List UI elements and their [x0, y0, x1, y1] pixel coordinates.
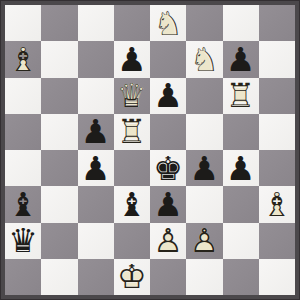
chess-board-frame: ♞♘♝♗♟♞♘♟♛♕♟♜♖♟♜♖♟♚♟♟♝♝♟♝♗♛♟♙♟♙♚♔: [0, 0, 300, 300]
piece-glyph-outline: ♖: [114, 114, 150, 150]
square-h3[interactable]: ♝♗: [259, 186, 295, 222]
square-a6[interactable]: [5, 78, 41, 114]
black-pawn[interactable]: ♟: [223, 150, 259, 186]
piece-glyph-outline: ♙: [186, 223, 222, 259]
black-king[interactable]: ♚: [150, 150, 186, 186]
black-pawn[interactable]: ♟: [78, 150, 114, 186]
white-knight[interactable]: ♞♘: [186, 41, 222, 77]
square-b6[interactable]: [41, 78, 77, 114]
square-e5[interactable]: [150, 114, 186, 150]
square-d6[interactable]: ♛♕: [114, 78, 150, 114]
piece-glyph-fill: ♟: [78, 150, 114, 186]
black-queen[interactable]: ♛: [5, 223, 41, 259]
square-e2[interactable]: ♟♙: [150, 223, 186, 259]
piece-glyph-fill: ♟: [223, 150, 259, 186]
black-pawn[interactable]: ♟: [186, 150, 222, 186]
square-c4[interactable]: ♟: [78, 150, 114, 186]
square-c1[interactable]: [78, 259, 114, 295]
square-c3[interactable]: [78, 186, 114, 222]
piece-glyph-outline: ♘: [186, 41, 222, 77]
square-f6[interactable]: [186, 78, 222, 114]
square-g1[interactable]: [223, 259, 259, 295]
square-g6[interactable]: ♜♖: [223, 78, 259, 114]
piece-glyph-fill: ♟: [186, 150, 222, 186]
square-c2[interactable]: [78, 223, 114, 259]
square-f5[interactable]: [186, 114, 222, 150]
square-c6[interactable]: [78, 78, 114, 114]
piece-glyph-fill: ♟: [150, 186, 186, 222]
square-e7[interactable]: [150, 41, 186, 77]
piece-glyph-outline: ♕: [114, 78, 150, 114]
square-a1[interactable]: [5, 259, 41, 295]
square-e8[interactable]: ♞♘: [150, 5, 186, 41]
piece-glyph-outline: ♖: [223, 78, 259, 114]
square-g5[interactable]: [223, 114, 259, 150]
square-g3[interactable]: [223, 186, 259, 222]
piece-glyph-fill: ♟: [150, 78, 186, 114]
square-d7[interactable]: ♟: [114, 41, 150, 77]
square-g2[interactable]: [223, 223, 259, 259]
square-h5[interactable]: [259, 114, 295, 150]
square-b3[interactable]: [41, 186, 77, 222]
black-bishop[interactable]: ♝: [5, 186, 41, 222]
black-pawn[interactable]: ♟: [114, 41, 150, 77]
white-rook[interactable]: ♜♖: [223, 78, 259, 114]
square-f8[interactable]: [186, 5, 222, 41]
white-pawn[interactable]: ♟♙: [186, 223, 222, 259]
piece-glyph-fill: ♚: [150, 150, 186, 186]
square-g7[interactable]: ♟: [223, 41, 259, 77]
square-a3[interactable]: ♝: [5, 186, 41, 222]
square-b2[interactable]: [41, 223, 77, 259]
square-e6[interactable]: ♟: [150, 78, 186, 114]
square-h6[interactable]: [259, 78, 295, 114]
square-h8[interactable]: [259, 5, 295, 41]
white-bishop[interactable]: ♝♗: [5, 41, 41, 77]
square-a2[interactable]: ♛: [5, 223, 41, 259]
square-e3[interactable]: ♟: [150, 186, 186, 222]
square-f1[interactable]: [186, 259, 222, 295]
square-f2[interactable]: ♟♙: [186, 223, 222, 259]
piece-glyph-fill: ♟: [78, 114, 114, 150]
square-h7[interactable]: [259, 41, 295, 77]
piece-glyph-outline: ♘: [150, 5, 186, 41]
square-f4[interactable]: ♟: [186, 150, 222, 186]
square-d2[interactable]: [114, 223, 150, 259]
square-c5[interactable]: ♟: [78, 114, 114, 150]
piece-glyph-outline: ♗: [259, 186, 295, 222]
square-d8[interactable]: [114, 5, 150, 41]
white-rook[interactable]: ♜♖: [114, 114, 150, 150]
piece-glyph-fill: ♛: [5, 223, 41, 259]
square-b5[interactable]: [41, 114, 77, 150]
piece-glyph-outline: ♙: [150, 223, 186, 259]
white-king[interactable]: ♚♔: [114, 259, 150, 295]
square-f7[interactable]: ♞♘: [186, 41, 222, 77]
black-pawn[interactable]: ♟: [150, 78, 186, 114]
piece-glyph-fill: ♟: [223, 41, 259, 77]
square-c7[interactable]: [78, 41, 114, 77]
square-d3[interactable]: ♝: [114, 186, 150, 222]
square-f3[interactable]: [186, 186, 222, 222]
white-knight[interactable]: ♞♘: [150, 5, 186, 41]
white-bishop[interactable]: ♝♗: [259, 186, 295, 222]
square-h2[interactable]: [259, 223, 295, 259]
square-a8[interactable]: [5, 5, 41, 41]
piece-glyph-outline: ♗: [5, 41, 41, 77]
square-d5[interactable]: ♜♖: [114, 114, 150, 150]
piece-glyph-fill: ♝: [5, 186, 41, 222]
square-h1[interactable]: [259, 259, 295, 295]
square-d4[interactable]: [114, 150, 150, 186]
black-bishop[interactable]: ♝: [114, 186, 150, 222]
square-e1[interactable]: [150, 259, 186, 295]
piece-glyph-outline: ♔: [114, 259, 150, 295]
square-h4[interactable]: [259, 150, 295, 186]
square-g8[interactable]: [223, 5, 259, 41]
square-g4[interactable]: ♟: [223, 150, 259, 186]
black-pawn[interactable]: ♟: [78, 114, 114, 150]
square-a5[interactable]: [5, 114, 41, 150]
white-queen[interactable]: ♛♕: [114, 78, 150, 114]
square-d1[interactable]: ♚♔: [114, 259, 150, 295]
white-pawn[interactable]: ♟♙: [150, 223, 186, 259]
chess-board: ♞♘♝♗♟♞♘♟♛♕♟♜♖♟♜♖♟♚♟♟♝♝♟♝♗♛♟♙♟♙♚♔: [5, 5, 295, 295]
black-pawn[interactable]: ♟: [150, 186, 186, 222]
piece-glyph-fill: ♟: [114, 41, 150, 77]
square-c8[interactable]: [78, 5, 114, 41]
square-b4[interactable]: [41, 150, 77, 186]
square-b1[interactable]: [41, 259, 77, 295]
piece-glyph-fill: ♝: [114, 186, 150, 222]
square-a4[interactable]: [5, 150, 41, 186]
square-e4[interactable]: ♚: [150, 150, 186, 186]
black-pawn[interactable]: ♟: [223, 41, 259, 77]
square-b7[interactable]: [41, 41, 77, 77]
square-a7[interactable]: ♝♗: [5, 41, 41, 77]
square-b8[interactable]: [41, 5, 77, 41]
